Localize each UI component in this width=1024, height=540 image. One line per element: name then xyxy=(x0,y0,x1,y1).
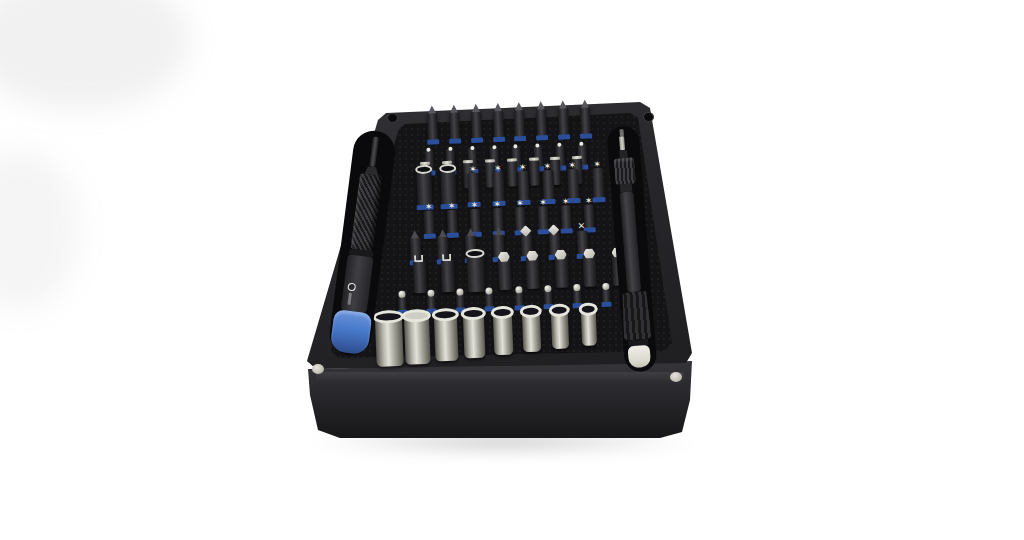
blue-foam-liner xyxy=(561,228,573,233)
bit-hex xyxy=(497,258,511,290)
torx-bit-tip: ✶ xyxy=(425,203,433,212)
dot-bit-tip xyxy=(426,148,430,152)
socket-bit-tip xyxy=(439,164,456,174)
ball-bit-tip xyxy=(398,291,405,298)
dot-bit-tip xyxy=(557,143,561,147)
flat-bit-tip xyxy=(550,157,560,160)
bit-spanner xyxy=(412,261,426,293)
socket_large-bit-tip xyxy=(490,306,513,320)
bit-torx: ✶ xyxy=(447,210,458,236)
bit-pointed xyxy=(580,106,591,136)
phillips-bit-tip xyxy=(466,228,474,236)
bit-torx: ✶ xyxy=(424,211,435,237)
dot-bit-tip xyxy=(470,146,474,150)
pointed-bit-tip xyxy=(493,103,501,111)
dot-bit-tip xyxy=(514,144,518,148)
torx-bit-tip: ✶ xyxy=(448,202,456,211)
flex-extension-shaft xyxy=(593,124,668,378)
flat-bit-tip xyxy=(572,156,582,159)
pointed-bit-tip xyxy=(581,99,589,107)
bit-torx: ✶ xyxy=(561,205,572,231)
dot-bit-tip xyxy=(536,143,540,147)
spanner-bit-tip xyxy=(442,254,451,261)
bit-pointed xyxy=(493,110,504,140)
phillips-bit-tip xyxy=(438,229,446,237)
bit-ball xyxy=(573,288,582,306)
bit-socket-large xyxy=(522,311,542,353)
blue-foam-liner xyxy=(536,135,548,140)
pointed-bit-tip xyxy=(450,105,458,113)
torx-bit-tip: ✶ xyxy=(544,162,552,171)
ball-bit-tip xyxy=(486,287,493,294)
bit-socket-large xyxy=(551,309,569,349)
blue-foam-liner xyxy=(471,138,483,143)
torx-bit-tip: ✶ xyxy=(493,200,501,209)
bit-spanner xyxy=(441,260,455,292)
brand-logo-icon xyxy=(347,283,356,292)
torx-bit-tip: ✶ xyxy=(469,165,477,174)
pointed-bit-tip xyxy=(559,100,567,108)
square-bit-tip xyxy=(520,225,531,236)
bit-socket-large xyxy=(463,313,486,359)
bit-ball xyxy=(456,292,465,310)
blue-foam-liner xyxy=(558,134,570,139)
flat-bit-tip xyxy=(528,157,538,160)
socket-bit-tip xyxy=(466,249,485,259)
bit-socket xyxy=(467,254,485,293)
ball-bit-tip xyxy=(515,286,522,293)
blue-foam-liner xyxy=(580,133,592,138)
bit-ball xyxy=(485,291,494,309)
torx-bit-tip: ✶ xyxy=(519,163,527,172)
socket_solid-bit-tip xyxy=(402,309,431,323)
torx-bit-tip: ✶ xyxy=(585,196,593,205)
torx-bit-tip: ✶ xyxy=(494,164,502,173)
pointed-bit-tip xyxy=(471,104,479,112)
bit-socket-large xyxy=(580,308,596,346)
bit-socket-solid xyxy=(404,315,431,365)
bit-pointed xyxy=(514,109,525,139)
socket-bit-tip xyxy=(415,165,432,175)
socket_large-bit-tip xyxy=(578,302,597,316)
bit-ball xyxy=(544,289,553,307)
blue-foam-liner xyxy=(449,138,461,143)
pointed-bit-tip xyxy=(515,102,523,110)
socket_large-bit-tip xyxy=(548,303,569,317)
square-bit-tip xyxy=(548,224,559,235)
bit-pointed xyxy=(471,111,482,141)
pointed-bit-tip xyxy=(537,101,545,109)
torx-bit-tip: ✶ xyxy=(539,198,547,207)
bit-ball xyxy=(515,290,524,308)
bit-socket-large xyxy=(433,314,458,362)
ball-bit-tip xyxy=(573,284,580,291)
torx-bit-tip: ✶ xyxy=(562,197,570,206)
socket_large-bit-tip xyxy=(461,307,486,321)
extension-bit-tip xyxy=(619,136,625,150)
bit-pointed xyxy=(536,108,547,138)
brand-logo-text xyxy=(347,293,352,305)
blue-foam-liner xyxy=(424,233,436,238)
blue-foam-liner xyxy=(427,139,439,144)
bit-flat xyxy=(529,159,540,185)
torx-bit-tip: ✶ xyxy=(568,161,576,170)
bit-grid: ✶✶✶✶✶✶✶✶✶✶✶✶✶✶✕ xyxy=(0,0,1024,540)
spanner-bit-tip xyxy=(414,255,423,262)
bit-flat xyxy=(507,160,518,186)
dot-bit-tip xyxy=(492,145,496,149)
torx-bit-tip: ✶ xyxy=(516,199,524,208)
bit-hex xyxy=(526,257,540,289)
bit-pointed xyxy=(449,111,460,141)
ball-bit-tip xyxy=(457,288,464,295)
flat-bit-tip xyxy=(507,158,517,161)
ball-bit-tip xyxy=(427,290,434,297)
bit-pointed xyxy=(427,112,438,142)
torx-bit-tip: ✶ xyxy=(470,201,478,210)
dot-bit-tip xyxy=(579,142,583,146)
socket_large-bit-tip xyxy=(431,308,458,322)
dot-bit-tip xyxy=(448,147,452,151)
pointed-bit-tip xyxy=(428,105,436,113)
phillips-bit-tip xyxy=(494,227,502,235)
socket_large-bit-tip xyxy=(519,304,541,318)
flat-bit-tip xyxy=(463,160,473,163)
product-photo: ✶✶✶✶✶✶✶✶✶✶✶✶✶✶✕ xyxy=(0,0,1024,540)
bit-socket-large xyxy=(493,312,514,356)
bit-hex xyxy=(554,255,568,287)
cross-bit-tip: ✕ xyxy=(578,222,586,231)
blue-foam-liner xyxy=(514,136,526,141)
extension-knurled-collet xyxy=(614,157,636,184)
phillips-bit-tip xyxy=(411,230,419,238)
bit-hex xyxy=(583,254,597,286)
flat-bit-tip xyxy=(485,159,495,162)
bit-torx: ✶ xyxy=(538,206,549,232)
bit-ball xyxy=(427,294,436,312)
blue-foam-liner xyxy=(447,233,459,238)
bit-ball xyxy=(398,295,407,313)
bit-pointed xyxy=(558,107,569,137)
ball-bit-tip xyxy=(544,285,551,292)
blue-foam-liner xyxy=(493,137,505,142)
